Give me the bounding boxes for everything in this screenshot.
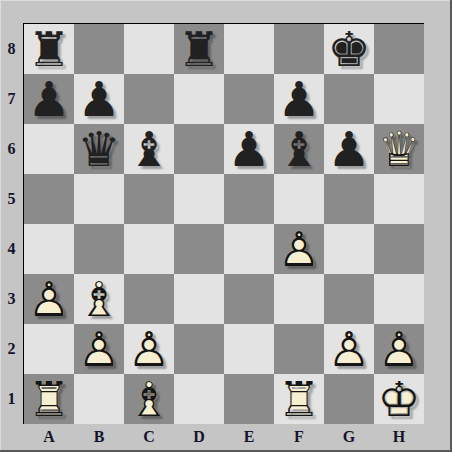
piece-black-rook[interactable]: ♜ (174, 24, 224, 74)
black-pawn-glyph: ♟ (324, 124, 374, 174)
square-f1[interactable]: ♜♖ (274, 374, 324, 424)
white-pawn-outline-glyph: ♙ (74, 324, 124, 374)
rank-label: 6 (0, 124, 23, 174)
square-a7[interactable]: ♟ (24, 74, 74, 124)
chessboard-frame: 87654321 ♜♜♚♟♟♟♛♝♟♝♟♛♕♟♙♟♙♝♗♟♙♟♙♟♙♟♙♜♖♝♗… (0, 0, 452, 452)
square-g2[interactable]: ♟♙ (324, 324, 374, 374)
square-g7[interactable] (324, 74, 374, 124)
black-rook-glyph: ♜ (24, 24, 74, 74)
square-a1[interactable]: ♜♖ (24, 374, 74, 424)
white-pawn-outline-glyph: ♙ (374, 324, 424, 374)
white-rook-glyph: ♜ (274, 374, 324, 424)
square-d3[interactable] (174, 274, 224, 324)
square-h1[interactable]: ♚♔ (374, 374, 424, 424)
file-label: B (74, 425, 124, 452)
white-pawn-glyph: ♟ (24, 274, 74, 324)
square-d6[interactable] (174, 124, 224, 174)
file-label: C (124, 425, 174, 452)
square-b7[interactable]: ♟ (74, 74, 124, 124)
rank-label: 5 (0, 174, 23, 224)
square-d7[interactable] (174, 74, 224, 124)
square-e4[interactable] (224, 224, 274, 274)
square-f2[interactable] (274, 324, 324, 374)
square-g1[interactable] (324, 374, 374, 424)
white-bishop-glyph: ♝ (74, 274, 124, 324)
square-c5[interactable] (124, 174, 174, 224)
square-a8[interactable]: ♜ (24, 24, 74, 74)
square-h4[interactable] (374, 224, 424, 274)
square-g5[interactable] (324, 174, 374, 224)
square-e7[interactable] (224, 74, 274, 124)
square-h6[interactable]: ♛♕ (374, 124, 424, 174)
white-pawn-outline-glyph: ♙ (124, 324, 174, 374)
white-rook-outline-glyph: ♖ (24, 374, 74, 424)
square-h5[interactable] (374, 174, 424, 224)
black-queen-glyph: ♛ (74, 124, 124, 174)
white-pawn-outline-glyph: ♙ (274, 224, 324, 274)
black-king-glyph: ♚ (324, 24, 374, 74)
square-b3[interactable]: ♝♗ (74, 274, 124, 324)
square-b2[interactable]: ♟♙ (74, 324, 124, 374)
rank-label: 3 (0, 274, 23, 324)
square-h3[interactable] (374, 274, 424, 324)
square-g3[interactable] (324, 274, 374, 324)
piece-white-pawn[interactable]: ♟♙ (274, 224, 324, 274)
piece-white-pawn[interactable]: ♟♙ (324, 324, 374, 374)
square-e8[interactable] (224, 24, 274, 74)
square-f7[interactable]: ♟ (274, 74, 324, 124)
piece-white-pawn[interactable]: ♟♙ (374, 324, 424, 374)
square-b8[interactable] (74, 24, 124, 74)
piece-black-pawn[interactable]: ♟ (24, 74, 74, 124)
file-label: D (174, 425, 224, 452)
white-queen-outline-glyph: ♕ (374, 124, 424, 174)
piece-black-bishop[interactable]: ♝ (274, 124, 324, 174)
white-pawn-glyph: ♟ (274, 224, 324, 274)
square-d8[interactable]: ♜ (174, 24, 224, 74)
piece-black-king[interactable]: ♚ (324, 24, 374, 74)
file-labels: ABCDEFGH (24, 425, 424, 452)
square-c8[interactable] (124, 24, 174, 74)
piece-white-bishop[interactable]: ♝♗ (74, 274, 124, 324)
square-e3[interactable] (224, 274, 274, 324)
file-label: E (224, 425, 274, 452)
square-h2[interactable]: ♟♙ (374, 324, 424, 374)
square-f6[interactable]: ♝ (274, 124, 324, 174)
file-label: F (274, 425, 324, 452)
black-rook-glyph: ♜ (174, 24, 224, 74)
square-f4[interactable]: ♟♙ (274, 224, 324, 274)
rank-label: 2 (0, 324, 23, 374)
black-pawn-glyph: ♟ (24, 74, 74, 124)
square-d1[interactable] (174, 374, 224, 424)
square-a3[interactable]: ♟♙ (24, 274, 74, 324)
rank-label: 1 (0, 374, 23, 424)
white-pawn-glyph: ♟ (324, 324, 374, 374)
piece-white-king[interactable]: ♚♔ (374, 374, 424, 424)
square-h8[interactable] (374, 24, 424, 74)
white-pawn-outline-glyph: ♙ (24, 274, 74, 324)
square-e5[interactable] (224, 174, 274, 224)
chess-board: ♜♜♚♟♟♟♛♝♟♝♟♛♕♟♙♟♙♝♗♟♙♟♙♟♙♟♙♜♖♝♗♜♖♚♔ (23, 23, 424, 424)
black-pawn-glyph: ♟ (274, 74, 324, 124)
square-f3[interactable] (274, 274, 324, 324)
piece-black-queen[interactable]: ♛ (74, 124, 124, 174)
square-e1[interactable] (224, 374, 274, 424)
piece-black-rook[interactable]: ♜ (24, 24, 74, 74)
white-pawn-outline-glyph: ♙ (324, 324, 374, 374)
square-d2[interactable] (174, 324, 224, 374)
piece-white-pawn[interactable]: ♟♙ (74, 324, 124, 374)
square-c3[interactable] (124, 274, 174, 324)
square-h7[interactable] (374, 74, 424, 124)
square-a6[interactable] (24, 124, 74, 174)
piece-white-pawn[interactable]: ♟♙ (124, 324, 174, 374)
piece-black-bishop[interactable]: ♝ (124, 124, 174, 174)
square-b1[interactable] (74, 374, 124, 424)
piece-white-rook[interactable]: ♜♖ (24, 374, 74, 424)
rank-label: 4 (0, 224, 23, 274)
rank-labels: 87654321 (0, 24, 23, 424)
square-d5[interactable] (174, 174, 224, 224)
square-f8[interactable] (274, 24, 324, 74)
white-queen-glyph: ♛ (374, 124, 424, 174)
black-pawn-glyph: ♟ (224, 124, 274, 174)
square-g8[interactable]: ♚ (324, 24, 374, 74)
black-pawn-glyph: ♟ (74, 74, 124, 124)
square-a4[interactable] (24, 224, 74, 274)
piece-black-pawn[interactable]: ♟ (74, 74, 124, 124)
white-bishop-outline-glyph: ♗ (74, 274, 124, 324)
square-c7[interactable] (124, 74, 174, 124)
square-c2[interactable]: ♟♙ (124, 324, 174, 374)
white-king-outline-glyph: ♔ (374, 374, 424, 424)
black-bishop-glyph: ♝ (274, 124, 324, 174)
white-rook-glyph: ♜ (24, 374, 74, 424)
piece-white-rook[interactable]: ♜♖ (274, 374, 324, 424)
white-pawn-glyph: ♟ (124, 324, 174, 374)
rank-label: 7 (0, 74, 23, 124)
white-pawn-glyph: ♟ (374, 324, 424, 374)
square-e6[interactable]: ♟ (224, 124, 274, 174)
rank-label: 8 (0, 24, 23, 74)
square-b5[interactable] (74, 174, 124, 224)
square-e2[interactable] (224, 324, 274, 374)
square-a5[interactable] (24, 174, 74, 224)
white-pawn-glyph: ♟ (74, 324, 124, 374)
piece-black-pawn[interactable]: ♟ (324, 124, 374, 174)
black-bishop-glyph: ♝ (124, 124, 174, 174)
file-label: H (374, 425, 424, 452)
file-label: G (324, 425, 374, 452)
white-king-glyph: ♚ (374, 374, 424, 424)
piece-white-pawn[interactable]: ♟♙ (24, 274, 74, 324)
square-f5[interactable] (274, 174, 324, 224)
square-d4[interactable] (174, 224, 224, 274)
piece-white-queen[interactable]: ♛♕ (374, 124, 424, 174)
square-b4[interactable] (74, 224, 124, 274)
square-c6[interactable]: ♝ (124, 124, 174, 174)
square-b6[interactable]: ♛ (74, 124, 124, 174)
square-c1[interactable]: ♝♗ (124, 374, 174, 424)
square-c4[interactable] (124, 224, 174, 274)
file-label: A (24, 425, 74, 452)
square-a2[interactable] (24, 324, 74, 374)
square-g6[interactable]: ♟ (324, 124, 374, 174)
white-bishop-outline-glyph: ♗ (124, 374, 174, 424)
white-bishop-glyph: ♝ (124, 374, 174, 424)
piece-black-pawn[interactable]: ♟ (274, 74, 324, 124)
piece-black-pawn[interactable]: ♟ (224, 124, 274, 174)
white-rook-outline-glyph: ♖ (274, 374, 324, 424)
piece-white-bishop[interactable]: ♝♗ (124, 374, 174, 424)
square-g4[interactable] (324, 224, 374, 274)
